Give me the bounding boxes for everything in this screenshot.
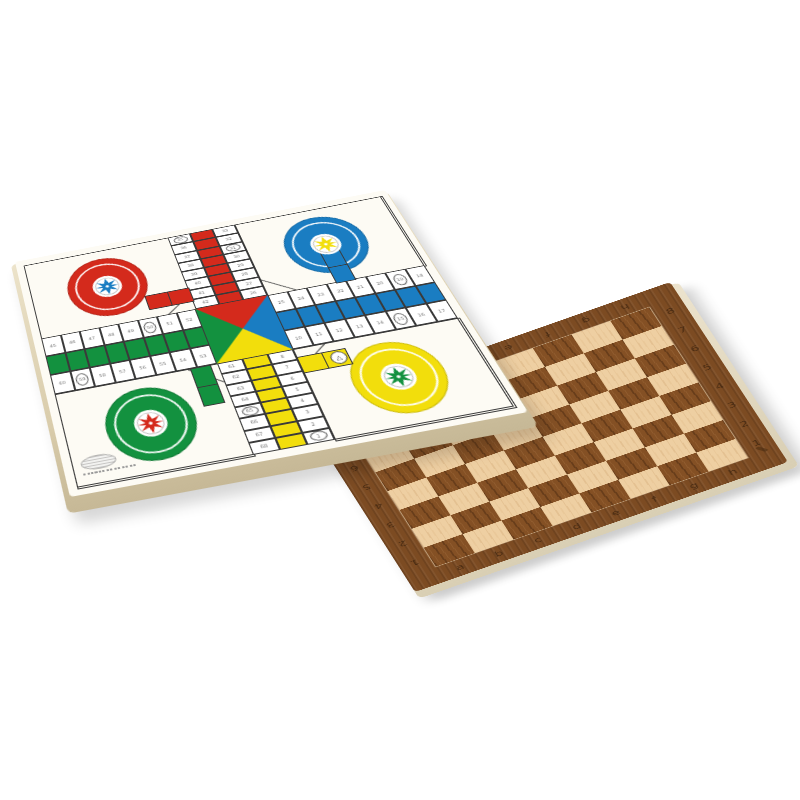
cell-number: 48 (107, 332, 114, 337)
cell-number: 7 (285, 365, 290, 370)
cell-number: 57 (119, 369, 127, 374)
cell-number: 5 (295, 387, 300, 392)
cell-number: 58 (99, 373, 107, 378)
cell-number: 22 (336, 288, 344, 293)
cell-number: 12 (335, 328, 344, 333)
cell-number: 53 (199, 353, 207, 358)
cell-number: 40 (194, 281, 202, 286)
cell-number: 35 (177, 238, 184, 242)
cell-number: 26 (249, 290, 257, 295)
cell-number: 4 (300, 398, 305, 403)
cell-number: 66 (250, 420, 259, 426)
cell-number: 59 (79, 376, 87, 381)
cell-number: 62 (232, 375, 240, 380)
cell-number: 46 (69, 339, 76, 344)
cell-number: 51 (166, 321, 174, 326)
cell-number: 31 (229, 246, 237, 250)
cell-number: 17 (437, 308, 446, 313)
cell-number: 45 (49, 343, 56, 348)
cell-number: 3 (305, 410, 311, 415)
cell-number: 65 (245, 408, 254, 414)
cell-number: 14 (376, 320, 385, 325)
cell-number: 28 (241, 272, 249, 277)
cell-number: 6 (290, 376, 295, 381)
cell-number: 63 (236, 385, 245, 390)
cell-number: 23 (317, 292, 325, 297)
cell-number: 8 (280, 355, 285, 360)
cell-number: 54 (179, 357, 187, 362)
cell-number: 64 (241, 397, 250, 403)
rosette-icon-red (131, 407, 172, 439)
cell-number: 61 (228, 364, 236, 369)
cell-number: 18 (415, 273, 424, 278)
cell-number: 47 (88, 336, 95, 341)
cell-number: 24 (297, 296, 305, 301)
rosette-icon-blue (90, 274, 125, 300)
cell-number: 21 (356, 284, 364, 289)
cell-number: 42 (202, 300, 210, 305)
cell-number: 33 (221, 229, 228, 233)
cell-number: 2 (310, 422, 316, 427)
cell-number: 38 (187, 263, 194, 268)
cell-number: 29 (237, 263, 245, 268)
cell-number: 10 (294, 335, 303, 340)
cell-number: 32 (225, 237, 232, 241)
cell-number: 37 (184, 255, 191, 259)
cell-number: 15 (396, 316, 405, 321)
cell-number: 49 (127, 328, 135, 333)
cell-number: 16 (417, 312, 426, 317)
cell-number: 52 (185, 317, 193, 322)
cell-number: 41 (198, 290, 206, 295)
cell-number: 56 (139, 365, 147, 370)
cell-number: 13 (355, 324, 364, 329)
cell-number: 39 (191, 272, 199, 277)
cell-number: 55 (159, 361, 167, 366)
cell-number: 19 (396, 277, 405, 282)
cell-number: 67 (255, 431, 264, 437)
cell-number: 11 (315, 332, 324, 337)
cell-number: 60 (59, 380, 67, 385)
cell-number: 50 (146, 325, 154, 330)
cell-number: 25 (277, 300, 285, 305)
cell-number: 36 (180, 246, 187, 250)
cell-number: 68 (260, 443, 269, 449)
cell-number: 1 (316, 434, 322, 439)
cell-number: 20 (376, 281, 385, 286)
cell-number: 27 (245, 281, 253, 286)
rosette-icon-green (375, 361, 422, 393)
scene: abcdefgh abcdefgh 87654321 87654321 3533… (0, 0, 800, 800)
cell-number: 30 (233, 254, 241, 258)
